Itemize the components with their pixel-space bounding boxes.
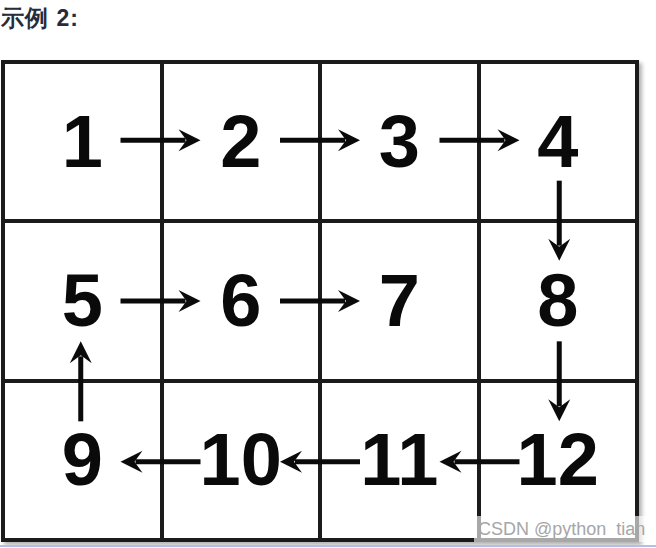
grid-cell-r1c0: 5	[5, 223, 160, 378]
cell-number-11: 11	[360, 423, 438, 497]
matrix-board: 1 2 3 4 5 6 7 8 9 10 11 12	[1, 60, 639, 542]
csdn-watermark: CSDN @python_tian	[474, 516, 656, 542]
grid-cell-r2c2: 11	[322, 383, 477, 538]
grid-cell-r0c1: 2	[164, 64, 319, 219]
cell-number-12: 12	[517, 423, 599, 497]
cell-number-10: 10	[200, 423, 282, 497]
cell-number-8: 8	[537, 264, 578, 338]
grid-cell-r0c2: 3	[322, 64, 477, 219]
grid-cell-r2c1: 10	[164, 383, 319, 538]
cell-number-2: 2	[220, 105, 261, 179]
grid-cell-r2c0: 9	[5, 383, 160, 538]
cell-number-6: 6	[220, 264, 261, 338]
cell-number-1: 1	[62, 105, 103, 179]
grid-cell-r1c2: 7	[322, 223, 477, 378]
grid-cell-r0c3: 4	[481, 64, 636, 219]
grid-cell-r0c0: 1	[5, 64, 160, 219]
grid-cell-r2c3: 12	[481, 383, 636, 538]
cell-number-7: 7	[379, 264, 420, 338]
example-title: 示例 2:	[1, 3, 79, 34]
grid-cell-r1c3: 8	[481, 223, 636, 378]
cell-number-3: 3	[379, 105, 420, 179]
page: 示例 2: 1 2 3 4 5 6 7 8 9 10 11 12 CSDN @p…	[0, 0, 656, 548]
cell-number-5: 5	[62, 264, 103, 338]
cell-number-9: 9	[62, 423, 103, 497]
bottom-divider-line	[0, 545, 656, 547]
grid-cell-r1c1: 6	[164, 223, 319, 378]
cell-number-4: 4	[537, 105, 578, 179]
